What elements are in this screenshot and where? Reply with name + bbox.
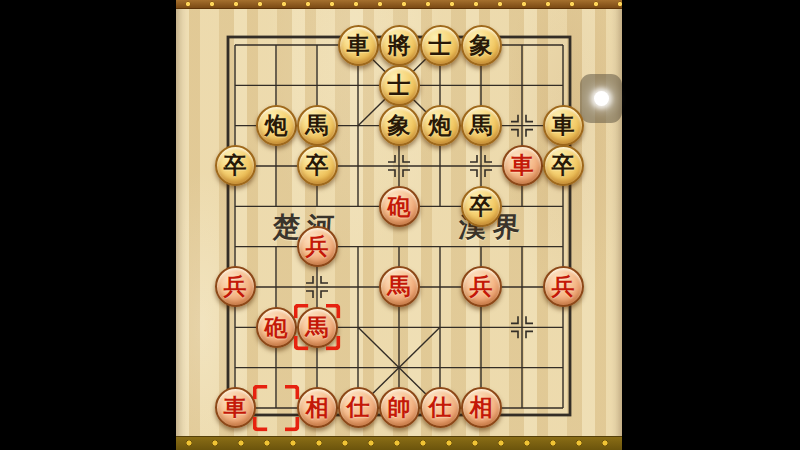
board-cell[interactable]: [297, 267, 338, 307]
piece-glyph: 仕: [347, 396, 370, 419]
board-cell[interactable]: [502, 307, 543, 347]
piece-glyph: 帥: [388, 396, 411, 419]
board-cell[interactable]: [256, 226, 297, 266]
piece-glyph: 士: [429, 34, 452, 57]
lastmove-origin-bracket: [253, 384, 300, 431]
red-piece-p[interactable]: 兵: [543, 266, 584, 307]
board-cell[interactable]: [256, 388, 297, 428]
floating-assist-button[interactable]: [580, 74, 622, 123]
board-cell[interactable]: [420, 186, 461, 226]
board-cell[interactable]: [379, 347, 420, 387]
piece-glyph: 象: [470, 34, 493, 57]
board-cell[interactable]: [543, 65, 584, 105]
board-cell[interactable]: 卒: [461, 186, 502, 226]
piece-glyph: 象: [388, 114, 411, 137]
board-cell[interactable]: [461, 65, 502, 105]
board-cell[interactable]: 兵: [461, 267, 502, 307]
board-cell[interactable]: [297, 186, 338, 226]
board-cell[interactable]: [256, 347, 297, 387]
piece-glyph: 兵: [552, 275, 575, 298]
black-piece-b[interactable]: 象: [379, 105, 420, 146]
board-cell[interactable]: [543, 186, 584, 226]
piece-glyph: 士: [388, 74, 411, 97]
red-piece-n[interactable]: 馬: [297, 307, 338, 348]
board-cell[interactable]: 相: [297, 388, 338, 428]
red-piece-b[interactable]: 相: [297, 387, 338, 428]
board-cell[interactable]: 將: [379, 25, 420, 65]
board-cell[interactable]: [297, 347, 338, 387]
black-piece-p[interactable]: 卒: [297, 145, 338, 186]
board-cell[interactable]: [215, 25, 256, 65]
board-cell[interactable]: [502, 25, 543, 65]
piece-glyph: 炮: [429, 114, 452, 137]
piece-glyph: 兵: [224, 275, 247, 298]
piece-glyph: 車: [511, 154, 534, 177]
board-cell[interactable]: [543, 388, 584, 428]
board-cell[interactable]: [420, 65, 461, 105]
board-cell[interactable]: [502, 226, 543, 266]
piece-glyph: 相: [470, 396, 493, 419]
board-cell[interactable]: 帥: [379, 388, 420, 428]
board-cell[interactable]: [256, 25, 297, 65]
piece-glyph: 卒: [470, 195, 493, 218]
board-cell[interactable]: [502, 186, 543, 226]
board-cell[interactable]: [338, 267, 379, 307]
piece-glyph: 馬: [306, 114, 329, 137]
board-cell[interactable]: [543, 25, 584, 65]
piece-glyph: 砲: [265, 316, 288, 339]
board-cell[interactable]: [461, 146, 502, 186]
red-piece-r[interactable]: 車: [215, 387, 256, 428]
piece-glyph: 兵: [306, 235, 329, 258]
board-cell[interactable]: [215, 186, 256, 226]
board-cell[interactable]: [338, 186, 379, 226]
board-cell[interactable]: 炮: [256, 105, 297, 145]
board-cell[interactable]: 馬: [461, 105, 502, 145]
board-cell[interactable]: 砲: [256, 307, 297, 347]
piece-glyph: 車: [347, 34, 370, 57]
black-piece-c[interactable]: 炮: [420, 105, 461, 146]
piece-glyph: 相: [306, 396, 329, 419]
board-cell[interactable]: [297, 25, 338, 65]
red-piece-b[interactable]: 相: [461, 387, 502, 428]
red-piece-n[interactable]: 馬: [379, 266, 420, 307]
black-piece-c[interactable]: 炮: [256, 105, 297, 146]
board-cell[interactable]: 卒: [543, 146, 584, 186]
board-cell[interactable]: [502, 388, 543, 428]
board-cell[interactable]: 車: [502, 146, 543, 186]
black-piece-p[interactable]: 卒: [461, 186, 502, 227]
board-cell[interactable]: 馬: [297, 105, 338, 145]
board-cell[interactable]: 馬: [379, 267, 420, 307]
black-piece-r[interactable]: 車: [338, 25, 379, 66]
board-cell[interactable]: [338, 65, 379, 105]
red-piece-p[interactable]: 兵: [461, 266, 502, 307]
piece-glyph: 將: [388, 34, 411, 57]
board-cell[interactable]: [420, 226, 461, 266]
game-screen: 楚河 漢界 車將士象士炮馬象炮馬車卒卒車卒砲卒兵兵馬兵兵砲馬車相仕帥仕相: [0, 0, 800, 450]
board-cell[interactable]: 卒: [215, 146, 256, 186]
black-piece-a[interactable]: 士: [420, 25, 461, 66]
board-cell[interactable]: [256, 146, 297, 186]
piece-glyph: 仕: [429, 396, 452, 419]
board-cell[interactable]: [502, 347, 543, 387]
red-piece-c[interactable]: 砲: [256, 307, 297, 348]
piece-glyph: 卒: [552, 154, 575, 177]
black-piece-k[interactable]: 將: [379, 25, 420, 66]
black-piece-p[interactable]: 卒: [215, 145, 256, 186]
piece-glyph: 卒: [224, 154, 247, 177]
board-cell[interactable]: 仕: [420, 388, 461, 428]
black-piece-b[interactable]: 象: [461, 25, 502, 66]
board-cell[interactable]: [379, 226, 420, 266]
board-cell[interactable]: [502, 267, 543, 307]
piece-glyph: 車: [552, 114, 575, 137]
piece-glyph: 砲: [388, 195, 411, 218]
board-cell[interactable]: [543, 347, 584, 387]
red-piece-p[interactable]: 兵: [215, 266, 256, 307]
board-cell[interactable]: [379, 307, 420, 347]
board-stage: 楚河 漢界 車將士象士炮馬象炮馬車卒卒車卒砲卒兵兵馬兵兵砲馬車相仕帥仕相: [176, 0, 622, 450]
board-cell[interactable]: [338, 105, 379, 145]
black-piece-n[interactable]: 馬: [297, 105, 338, 146]
board-cell[interactable]: 相: [461, 388, 502, 428]
board-cell[interactable]: [297, 65, 338, 105]
board-cell[interactable]: [215, 65, 256, 105]
red-piece-r[interactable]: 車: [502, 145, 543, 186]
board-cell[interactable]: 兵: [215, 267, 256, 307]
board-cell[interactable]: 兵: [543, 267, 584, 307]
board-cell[interactable]: [543, 307, 584, 347]
piece-glyph: 兵: [470, 275, 493, 298]
red-piece-k[interactable]: 帥: [379, 387, 420, 428]
board-cell[interactable]: [420, 146, 461, 186]
board-cell[interactable]: 士: [420, 25, 461, 65]
black-piece-r[interactable]: 車: [543, 105, 584, 146]
board-cell[interactable]: [215, 105, 256, 145]
piece-glyph: 車: [224, 396, 247, 419]
glow-dot-icon: [594, 91, 609, 106]
red-piece-a[interactable]: 仕: [338, 387, 379, 428]
piece-glyph: 馬: [306, 316, 329, 339]
board-cell[interactable]: [461, 226, 502, 266]
piece-glyph: 卒: [306, 154, 329, 177]
board-cell[interactable]: 馬: [297, 307, 338, 347]
board-cell[interactable]: 車: [543, 105, 584, 145]
black-piece-n[interactable]: 馬: [461, 105, 502, 146]
board-cell[interactable]: [215, 226, 256, 266]
red-piece-p[interactable]: 兵: [297, 226, 338, 267]
board-cell[interactable]: 砲: [379, 186, 420, 226]
board-cell[interactable]: 兵: [297, 226, 338, 266]
board-cell[interactable]: [256, 65, 297, 105]
board-cell[interactable]: [338, 226, 379, 266]
board-cell[interactable]: [420, 307, 461, 347]
board-cell[interactable]: 卒: [297, 146, 338, 186]
board-cell[interactable]: [420, 347, 461, 387]
board-cell[interactable]: [256, 186, 297, 226]
board-cell[interactable]: [502, 105, 543, 145]
board-cell[interactable]: [338, 146, 379, 186]
red-piece-a[interactable]: 仕: [420, 387, 461, 428]
piece-glyph: 炮: [265, 114, 288, 137]
board-cell[interactable]: [215, 307, 256, 347]
black-piece-p[interactable]: 卒: [543, 145, 584, 186]
board-cell[interactable]: 炮: [420, 105, 461, 145]
board-cell[interactable]: [256, 267, 297, 307]
board-cell[interactable]: [502, 65, 543, 105]
red-piece-c[interactable]: 砲: [379, 186, 420, 227]
board-cells: 車將士象士炮馬象炮馬車卒卒車卒砲卒兵兵馬兵兵砲馬車相仕帥仕相: [215, 25, 584, 428]
board-cell[interactable]: 士: [379, 65, 420, 105]
board-cell[interactable]: 象: [379, 105, 420, 145]
board-cell[interactable]: [420, 267, 461, 307]
board-cell[interactable]: 象: [461, 25, 502, 65]
board-cell[interactable]: 車: [338, 25, 379, 65]
board-cell[interactable]: 車: [215, 388, 256, 428]
board-cell[interactable]: 仕: [338, 388, 379, 428]
board-cell[interactable]: [215, 347, 256, 387]
board-cell[interactable]: [338, 347, 379, 387]
board-cell[interactable]: [461, 307, 502, 347]
board-cell[interactable]: [379, 146, 420, 186]
board-cell[interactable]: [461, 347, 502, 387]
piece-glyph: 馬: [388, 275, 411, 298]
black-piece-a[interactable]: 士: [379, 65, 420, 106]
board-cell[interactable]: [338, 307, 379, 347]
board-cell[interactable]: [543, 226, 584, 266]
piece-glyph: 馬: [470, 114, 493, 137]
